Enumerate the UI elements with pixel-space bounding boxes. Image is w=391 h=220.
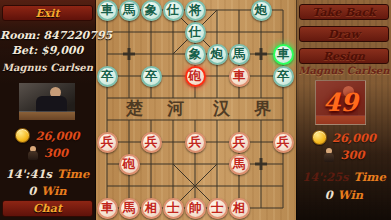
room-number-label: Room: 847220795: [0, 29, 95, 42]
left-coins-row: 26,000: [0, 128, 95, 143]
chat-button[interactable]: Chat: [2, 200, 93, 217]
piece-black-chariot[interactable]: 車: [273, 44, 294, 65]
person-icon: [27, 146, 39, 160]
left-population-row: 300: [0, 146, 95, 160]
right-time-row: 14':25s Time: [297, 170, 391, 184]
left-coins-value: 26,000: [35, 129, 79, 143]
left-population-value: 300: [44, 146, 68, 160]
left-time-label: Time: [57, 167, 89, 181]
piece-red-cannon[interactable]: 砲: [185, 66, 206, 87]
right-player-name: Magnus Carlsen: [297, 65, 391, 76]
left-win-row: 0 Win: [0, 184, 95, 198]
right-player-avatar: 49: [315, 80, 366, 125]
coin-icon: [15, 128, 30, 143]
move-countdown-timer: 49: [316, 81, 365, 124]
xiangqi-game-screen: 楚 河 汉 界 車馬象仕将炮仕象炮馬車卒卒卒砲車兵兵兵兵兵砲馬車馬相士帥士相 E…: [0, 0, 391, 220]
piece-black-cannon[interactable]: 炮: [251, 0, 272, 21]
left-win-label: Win: [41, 184, 66, 198]
exit-button[interactable]: Exit: [2, 5, 93, 21]
right-win-row: 0 Win: [297, 188, 391, 202]
piece-black-elephant[interactable]: 象: [141, 0, 162, 21]
right-population-row: 300: [297, 148, 391, 162]
avatar-table-shape: [19, 112, 75, 120]
piece-red-horse[interactable]: 馬: [119, 198, 140, 219]
right-population-value: 300: [340, 148, 364, 162]
left-player-name: Magnus Carlsen: [0, 62, 95, 73]
take-back-button[interactable]: Take Back: [299, 4, 389, 20]
river-label-chu: 楚 河: [126, 97, 193, 120]
left-time-value: 14':41s: [6, 167, 52, 181]
piece-red-soldier[interactable]: 兵: [97, 132, 118, 153]
piece-red-elephant[interactable]: 相: [229, 198, 250, 219]
piece-black-horse[interactable]: 馬: [229, 44, 250, 65]
piece-red-cannon[interactable]: 砲: [119, 154, 140, 175]
bet-amount-label: Bet: $9,000: [0, 44, 95, 57]
right-coins-row: 26,000: [297, 130, 391, 145]
draw-button[interactable]: Draw: [299, 26, 389, 42]
right-time-value: 14':25s: [302, 170, 348, 184]
piece-red-advisor[interactable]: 士: [163, 198, 184, 219]
person-icon: [323, 148, 335, 162]
river-label-han: 汉 界: [213, 97, 280, 120]
piece-black-chariot[interactable]: 車: [97, 0, 118, 21]
piece-red-elephant[interactable]: 相: [141, 198, 162, 219]
piece-black-cannon[interactable]: 炮: [207, 44, 228, 65]
piece-black-advisor[interactable]: 仕: [163, 0, 184, 21]
piece-red-chariot[interactable]: 車: [229, 66, 250, 87]
piece-black-soldier[interactable]: 卒: [97, 66, 118, 87]
right-time-label: Time: [353, 170, 385, 184]
piece-red-general[interactable]: 帥: [185, 198, 206, 219]
piece-red-soldier[interactable]: 兵: [273, 132, 294, 153]
piece-black-soldier[interactable]: 卒: [141, 66, 162, 87]
piece-red-soldier[interactable]: 兵: [141, 132, 162, 153]
left-win-value: 0: [28, 184, 36, 198]
right-win-value: 0: [325, 188, 333, 202]
piece-red-chariot[interactable]: 車: [97, 198, 118, 219]
piece-red-horse[interactable]: 馬: [229, 154, 250, 175]
piece-black-soldier[interactable]: 卒: [273, 66, 294, 87]
piece-black-elephant[interactable]: 象: [185, 44, 206, 65]
piece-red-soldier[interactable]: 兵: [185, 132, 206, 153]
coin-icon: [312, 130, 327, 145]
right-coins-value: 26,000: [332, 131, 376, 145]
left-time-row: 14':41s Time: [0, 167, 95, 181]
piece-red-advisor[interactable]: 士: [207, 198, 228, 219]
resign-button[interactable]: Resign: [299, 48, 389, 64]
right-sidebar: Take Back Draw Resign Magnus Carlsen 49 …: [296, 0, 391, 220]
piece-red-soldier[interactable]: 兵: [229, 132, 250, 153]
piece-black-advisor[interactable]: 仕: [185, 22, 206, 43]
xiangqi-board[interactable]: 楚 河 汉 界 車馬象仕将炮仕象炮馬車卒卒卒砲車兵兵兵兵兵砲馬車馬相士帥士相: [96, 0, 296, 220]
right-win-label: Win: [338, 188, 363, 202]
left-sidebar: Exit Room: 847220795 Bet: $9,000 Magnus …: [0, 0, 96, 220]
piece-black-horse[interactable]: 馬: [119, 0, 140, 21]
piece-black-general[interactable]: 将: [185, 0, 206, 21]
left-player-avatar: [19, 83, 75, 120]
